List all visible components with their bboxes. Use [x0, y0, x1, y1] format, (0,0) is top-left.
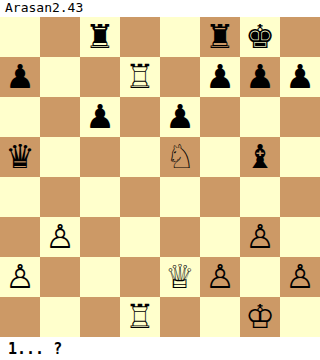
square-d4[interactable]	[120, 177, 160, 217]
piece-black-pawn: ♟	[205, 57, 235, 97]
square-c1[interactable]	[80, 297, 120, 337]
square-d6[interactable]	[120, 97, 160, 137]
piece-black-king: ♚	[245, 17, 275, 57]
square-f6[interactable]	[200, 97, 240, 137]
piece-black-pawn: ♟	[285, 57, 315, 97]
square-a1[interactable]	[0, 297, 40, 337]
chess-app-window: Arasan2.43 ♜♜♚♟♖♟♟♟♟♟♛♘♝♙♙♙♕♙♙♖♔ 1... ?	[0, 0, 320, 360]
square-e5[interactable]: ♘	[160, 137, 200, 177]
square-f7[interactable]: ♟	[200, 57, 240, 97]
square-f3[interactable]	[200, 217, 240, 257]
square-b5[interactable]	[40, 137, 80, 177]
square-c8[interactable]: ♜	[80, 17, 120, 57]
square-b6[interactable]	[40, 97, 80, 137]
piece-black-pawn: ♟	[245, 57, 275, 97]
piece-white-pawn: ♙	[245, 217, 275, 257]
square-c5[interactable]	[80, 137, 120, 177]
square-c2[interactable]	[80, 257, 120, 297]
square-a3[interactable]	[0, 217, 40, 257]
piece-black-rook: ♜	[205, 17, 235, 57]
square-g1[interactable]: ♔	[240, 297, 280, 337]
square-d5[interactable]	[120, 137, 160, 177]
square-c7[interactable]	[80, 57, 120, 97]
square-f4[interactable]	[200, 177, 240, 217]
square-d7[interactable]: ♖	[120, 57, 160, 97]
square-d1[interactable]: ♖	[120, 297, 160, 337]
piece-white-king: ♔	[245, 297, 275, 337]
square-b4[interactable]	[40, 177, 80, 217]
square-e7[interactable]	[160, 57, 200, 97]
square-g8[interactable]: ♚	[240, 17, 280, 57]
square-h4[interactable]	[280, 177, 320, 217]
square-h8[interactable]	[280, 17, 320, 57]
square-b2[interactable]	[40, 257, 80, 297]
square-f5[interactable]	[200, 137, 240, 177]
square-g4[interactable]	[240, 177, 280, 217]
piece-white-pawn: ♙	[205, 257, 235, 297]
square-c6[interactable]: ♟	[80, 97, 120, 137]
piece-white-queen: ♕	[165, 257, 195, 297]
piece-white-rook: ♖	[125, 297, 155, 337]
square-g5[interactable]: ♝	[240, 137, 280, 177]
piece-black-pawn: ♟	[165, 97, 195, 137]
piece-black-bishop: ♝	[245, 137, 275, 177]
square-h7[interactable]: ♟	[280, 57, 320, 97]
piece-black-queen: ♛	[5, 137, 35, 177]
square-c4[interactable]	[80, 177, 120, 217]
square-a5[interactable]: ♛	[0, 137, 40, 177]
square-a2[interactable]: ♙	[0, 257, 40, 297]
square-c3[interactable]	[80, 217, 120, 257]
square-e1[interactable]	[160, 297, 200, 337]
square-e3[interactable]	[160, 217, 200, 257]
square-b3[interactable]: ♙	[40, 217, 80, 257]
square-a8[interactable]	[0, 17, 40, 57]
square-e2[interactable]: ♕	[160, 257, 200, 297]
square-a6[interactable]	[0, 97, 40, 137]
square-e4[interactable]	[160, 177, 200, 217]
square-g3[interactable]: ♙	[240, 217, 280, 257]
square-h6[interactable]	[280, 97, 320, 137]
piece-white-knight: ♘	[165, 137, 195, 177]
square-g2[interactable]	[240, 257, 280, 297]
piece-black-pawn: ♟	[85, 97, 115, 137]
piece-white-rook: ♖	[125, 57, 155, 97]
square-g7[interactable]: ♟	[240, 57, 280, 97]
piece-white-pawn: ♙	[45, 217, 75, 257]
square-d8[interactable]	[120, 17, 160, 57]
move-prompt: 1... ?	[0, 337, 320, 360]
square-a7[interactable]: ♟	[0, 57, 40, 97]
piece-white-pawn: ♙	[285, 257, 315, 297]
square-g6[interactable]	[240, 97, 280, 137]
square-f2[interactable]: ♙	[200, 257, 240, 297]
square-e6[interactable]: ♟	[160, 97, 200, 137]
square-d3[interactable]	[120, 217, 160, 257]
piece-black-rook: ♜	[85, 17, 115, 57]
engine-title: Arasan2.43	[0, 0, 320, 17]
piece-black-pawn: ♟	[5, 57, 35, 97]
square-f1[interactable]	[200, 297, 240, 337]
square-d2[interactable]	[120, 257, 160, 297]
square-h5[interactable]	[280, 137, 320, 177]
square-h3[interactable]	[280, 217, 320, 257]
square-b8[interactable]	[40, 17, 80, 57]
chess-board: ♜♜♚♟♖♟♟♟♟♟♛♘♝♙♙♙♕♙♙♖♔	[0, 17, 320, 337]
square-b1[interactable]	[40, 297, 80, 337]
square-b7[interactable]	[40, 57, 80, 97]
square-f8[interactable]: ♜	[200, 17, 240, 57]
square-e8[interactable]	[160, 17, 200, 57]
square-h1[interactable]	[280, 297, 320, 337]
piece-white-pawn: ♙	[5, 257, 35, 297]
square-h2[interactable]: ♙	[280, 257, 320, 297]
square-a4[interactable]	[0, 177, 40, 217]
